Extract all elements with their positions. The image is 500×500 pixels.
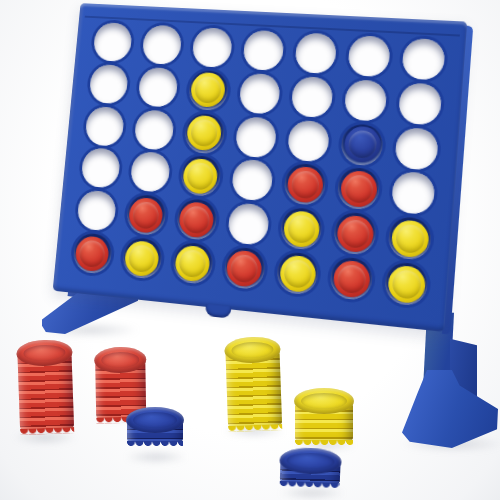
cell-r5-c1 <box>70 187 123 234</box>
hole-filled <box>176 198 218 241</box>
hole-empty <box>235 116 278 159</box>
hole-filled <box>72 232 113 275</box>
hole-filled <box>125 194 166 237</box>
yellow-checker <box>186 115 223 152</box>
yellow-checker <box>387 264 426 304</box>
red-checker <box>336 214 375 253</box>
hole-empty <box>133 109 174 151</box>
board-frame <box>53 3 468 332</box>
hole-filled <box>280 207 324 251</box>
hole-empty <box>291 76 334 118</box>
right-leg-foot <box>402 370 498 448</box>
hole-filled <box>187 69 229 111</box>
hole-filled <box>384 261 429 307</box>
cell-r1-c5 <box>288 30 345 76</box>
hole-empty <box>402 38 447 81</box>
cell-r3-c4 <box>228 113 284 160</box>
cell-r1-c1 <box>86 20 139 64</box>
navy-checker <box>343 125 382 163</box>
hole-empty <box>129 151 170 193</box>
yellow-checker <box>279 254 317 293</box>
cell-r1-c6 <box>341 33 399 80</box>
hole-filled <box>223 246 266 290</box>
hole-empty <box>294 32 337 74</box>
cell-r1-c4 <box>236 27 292 73</box>
hole-empty <box>347 35 391 77</box>
cell-r6-c7 <box>377 259 436 310</box>
cell-r1-c2 <box>135 22 189 67</box>
hole-empty <box>391 171 436 216</box>
cell-r6-c5 <box>269 249 326 299</box>
red-checker <box>128 196 164 233</box>
stack-red-short <box>94 347 146 348</box>
yellow-checker <box>282 210 320 249</box>
yellow-checker <box>174 244 211 282</box>
cell-r3-c3 <box>177 110 232 157</box>
yellow-checker <box>124 239 160 277</box>
hole-filled <box>340 123 384 166</box>
cell-r2-c4 <box>232 70 288 117</box>
hole-empty <box>242 30 284 71</box>
hole-empty <box>344 79 388 122</box>
board-panel <box>53 3 468 332</box>
cell-r2-c1 <box>82 61 135 106</box>
hole-empty <box>227 202 270 246</box>
hole-empty <box>80 147 121 189</box>
red-checker <box>74 235 110 272</box>
cell-r4-c4 <box>224 157 280 205</box>
hole-filled <box>276 251 320 296</box>
hole-empty <box>231 159 274 202</box>
cell-r6-c4 <box>217 244 273 293</box>
red-checker <box>178 201 215 239</box>
cell-r3-c2 <box>127 106 181 152</box>
hole-empty <box>92 22 132 62</box>
hole-empty <box>191 27 233 68</box>
hole-empty <box>88 63 129 104</box>
cell-r2-c6 <box>337 76 395 124</box>
cell-r2-c5 <box>284 73 341 120</box>
hole-filled <box>180 155 222 198</box>
cell-r4-c2 <box>123 149 177 196</box>
hole-empty <box>76 190 117 232</box>
cell-r5-c4 <box>221 200 277 249</box>
hole-filled <box>388 216 433 261</box>
floor-shadow <box>124 450 188 464</box>
cell-r6-c2 <box>115 234 169 282</box>
cell-r5-c7 <box>381 214 440 264</box>
cell-r6-c3 <box>165 239 220 288</box>
red-checker <box>339 170 378 209</box>
cell-r3-c5 <box>280 117 337 165</box>
hole-empty <box>395 126 440 170</box>
red-checker <box>332 259 371 298</box>
stack-top <box>126 407 184 433</box>
cell-r4-c6 <box>330 165 388 214</box>
cell-r5-c5 <box>273 204 330 253</box>
cell-r2-c3 <box>181 67 236 113</box>
cell-r5-c6 <box>326 209 384 259</box>
hole-filled <box>333 211 377 256</box>
stack-red-tall <box>16 339 72 341</box>
center-tab <box>205 304 232 319</box>
cell-r6-c6 <box>323 254 381 304</box>
cell-r1-c3 <box>185 25 240 70</box>
red-checker <box>226 249 264 288</box>
cell-r5-c2 <box>119 191 173 238</box>
board-grid <box>66 20 454 310</box>
cell-r4-c3 <box>173 153 228 200</box>
cell-r2-c2 <box>131 64 185 110</box>
cell-r3-c7 <box>388 124 447 173</box>
cell-r2-c7 <box>391 80 450 128</box>
hole-filled <box>329 256 373 301</box>
hole-filled <box>337 167 381 211</box>
cell-r3-c1 <box>78 103 131 149</box>
cell-r4-c1 <box>74 145 127 191</box>
hole-filled <box>121 237 163 280</box>
hole-empty <box>141 24 182 65</box>
yellow-checker <box>182 158 219 195</box>
cell-r3-c6 <box>334 120 392 168</box>
cell-r4-c7 <box>384 169 443 219</box>
cell-r5-c3 <box>169 196 224 244</box>
cell-r4-c5 <box>277 160 334 208</box>
hole-empty <box>84 105 125 146</box>
stack-top <box>294 388 354 414</box>
hole-filled <box>283 163 326 207</box>
hole-filled <box>184 112 226 154</box>
yellow-checker <box>190 72 227 108</box>
hole-empty <box>239 72 282 114</box>
stack-yellow-tall <box>224 336 280 338</box>
cell-r6-c1 <box>66 230 119 278</box>
red-checker <box>286 166 324 204</box>
cell-r1-c7 <box>395 35 454 82</box>
hole-empty <box>287 119 330 162</box>
hole-empty <box>137 66 178 107</box>
connect-four-product-photo <box>0 0 500 500</box>
hole-empty <box>398 82 443 125</box>
hole-filled <box>172 241 214 285</box>
yellow-checker <box>390 219 429 258</box>
